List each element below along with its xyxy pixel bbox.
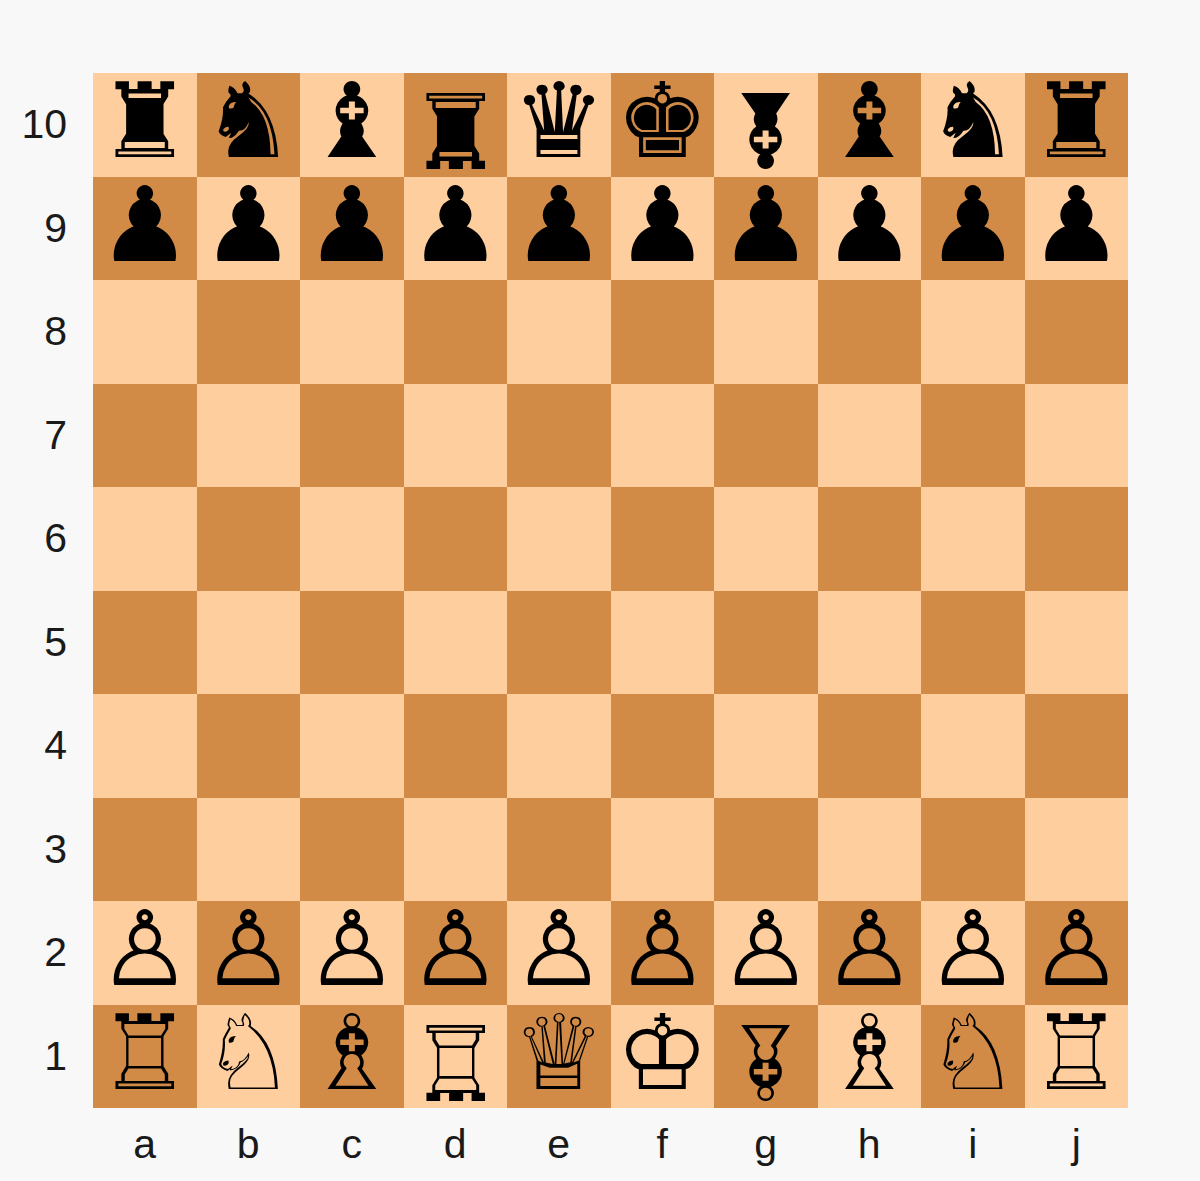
piece-black-pawn: ♟ — [98, 174, 191, 278]
file-label-a: a — [93, 1108, 197, 1181]
square-d5[interactable] — [404, 591, 508, 695]
square-d4[interactable] — [404, 694, 508, 798]
piece-black-rook: ♜ — [1030, 70, 1123, 174]
square-a4[interactable] — [93, 694, 197, 798]
square-e9[interactable]: ♟ — [507, 177, 611, 281]
square-f1[interactable]: ♔ — [611, 1005, 715, 1109]
piece-black-pawn: ♟ — [409, 174, 502, 278]
piece-white-inverted-rook: ♖ — [409, 1008, 502, 1112]
square-e2[interactable]: ♙ — [507, 901, 611, 1005]
square-b4[interactable] — [197, 694, 301, 798]
square-h8[interactable] — [818, 280, 922, 384]
rank-label-6: 6 — [0, 487, 80, 591]
square-a1[interactable]: ♖ — [93, 1005, 197, 1109]
square-f8[interactable] — [611, 280, 715, 384]
piece-white-bishop: ♗ — [305, 1002, 398, 1106]
square-j4[interactable] — [1025, 694, 1129, 798]
square-c8[interactable] — [300, 280, 404, 384]
square-g8[interactable] — [714, 280, 818, 384]
file-label-g: g — [714, 1108, 818, 1181]
piece-white-pawn: ♙ — [409, 898, 502, 1002]
square-i5[interactable] — [921, 591, 1025, 695]
square-c3[interactable] — [300, 798, 404, 902]
square-c5[interactable] — [300, 591, 404, 695]
square-h1[interactable]: ♗ — [818, 1005, 922, 1109]
square-j6[interactable] — [1025, 487, 1129, 591]
square-a3[interactable] — [93, 798, 197, 902]
rank-label-4: 4 — [0, 694, 80, 798]
square-j10[interactable]: ♜ — [1025, 73, 1129, 177]
rank-label-7: 7 — [0, 384, 80, 488]
square-g7[interactable] — [714, 384, 818, 488]
square-b3[interactable] — [197, 798, 301, 902]
square-d10[interactable]: ♜ — [404, 73, 508, 177]
file-label-d: d — [404, 1108, 508, 1181]
square-c4[interactable] — [300, 694, 404, 798]
square-g10[interactable]: ♝ — [714, 73, 818, 177]
square-d3[interactable] — [404, 798, 508, 902]
rank-label-1: 1 — [0, 1005, 80, 1109]
rank-label-8: 8 — [0, 280, 80, 384]
square-a9[interactable]: ♟ — [93, 177, 197, 281]
square-d8[interactable] — [404, 280, 508, 384]
piece-white-pawn: ♙ — [305, 898, 398, 1002]
square-j9[interactable]: ♟ — [1025, 177, 1129, 281]
piece-black-knight: ♞ — [202, 70, 295, 174]
piece-black-pawn: ♟ — [512, 174, 605, 278]
piece-white-knight: ♘ — [202, 1002, 295, 1106]
piece-black-bishop: ♝ — [305, 70, 398, 174]
square-f3[interactable] — [611, 798, 715, 902]
square-i8[interactable] — [921, 280, 1025, 384]
square-i1[interactable]: ♘ — [921, 1005, 1025, 1109]
piece-black-pawn: ♟ — [719, 174, 812, 278]
square-g4[interactable] — [714, 694, 818, 798]
square-i4[interactable] — [921, 694, 1025, 798]
square-b6[interactable] — [197, 487, 301, 591]
rank-label-3: 3 — [0, 798, 80, 902]
square-e5[interactable] — [507, 591, 611, 695]
square-b8[interactable] — [197, 280, 301, 384]
square-c7[interactable] — [300, 384, 404, 488]
file-label-f: f — [611, 1108, 715, 1181]
piece-black-queen: ♛ — [512, 70, 605, 174]
square-b9[interactable]: ♟ — [197, 177, 301, 281]
square-g5[interactable] — [714, 591, 818, 695]
rank-label-9: 9 — [0, 177, 80, 281]
piece-white-pawn: ♙ — [926, 898, 1019, 1002]
square-j8[interactable] — [1025, 280, 1129, 384]
square-b7[interactable] — [197, 384, 301, 488]
square-c2[interactable]: ♙ — [300, 901, 404, 1005]
piece-white-rook: ♖ — [98, 1002, 191, 1106]
square-b2[interactable]: ♙ — [197, 901, 301, 1005]
square-e3[interactable] — [507, 798, 611, 902]
piece-white-king: ♔ — [616, 1002, 709, 1106]
square-c6[interactable] — [300, 487, 404, 591]
square-a6[interactable] — [93, 487, 197, 591]
square-c9[interactable]: ♟ — [300, 177, 404, 281]
square-h7[interactable] — [818, 384, 922, 488]
square-h9[interactable]: ♟ — [818, 177, 922, 281]
square-e8[interactable] — [507, 280, 611, 384]
square-a10[interactable]: ♜ — [93, 73, 197, 177]
piece-black-pawn: ♟ — [616, 174, 709, 278]
square-g6[interactable] — [714, 487, 818, 591]
square-e6[interactable] — [507, 487, 611, 591]
square-d6[interactable] — [404, 487, 508, 591]
square-h2[interactable]: ♙ — [818, 901, 922, 1005]
square-b5[interactable] — [197, 591, 301, 695]
file-label-i: i — [921, 1108, 1025, 1181]
square-c10[interactable]: ♝ — [300, 73, 404, 177]
square-a8[interactable] — [93, 280, 197, 384]
board: ♜♞♝♜♛♚♝♝♞♜♟♟♟♟♟♟♟♟♟♟♙♙♙♙♙♙♙♙♙♙♖♘♗♖♕♔♗♗♘♖ — [93, 73, 1128, 1108]
piece-white-inverted-bishop: ♗ — [719, 1008, 812, 1112]
file-label-e: e — [507, 1108, 611, 1181]
file-label-b: b — [197, 1108, 301, 1181]
square-i6[interactable] — [921, 487, 1025, 591]
piece-white-pawn: ♙ — [823, 898, 916, 1002]
square-f6[interactable] — [611, 487, 715, 591]
piece-black-pawn: ♟ — [1030, 174, 1123, 278]
piece-black-pawn: ♟ — [823, 174, 916, 278]
square-f4[interactable] — [611, 694, 715, 798]
piece-black-knight: ♞ — [926, 70, 1019, 174]
square-e7[interactable] — [507, 384, 611, 488]
file-label-h: h — [818, 1108, 922, 1181]
square-d9[interactable]: ♟ — [404, 177, 508, 281]
square-d1[interactable]: ♖ — [404, 1005, 508, 1109]
square-h10[interactable]: ♝ — [818, 73, 922, 177]
square-g3[interactable] — [714, 798, 818, 902]
piece-white-queen: ♕ — [512, 1002, 605, 1106]
square-h4[interactable] — [818, 694, 922, 798]
square-f7[interactable] — [611, 384, 715, 488]
square-b10[interactable]: ♞ — [197, 73, 301, 177]
square-i3[interactable] — [921, 798, 1025, 902]
square-g2[interactable]: ♙ — [714, 901, 818, 1005]
square-j2[interactable]: ♙ — [1025, 901, 1129, 1005]
piece-black-rook: ♜ — [98, 70, 191, 174]
chessboard-diagram: ♜♞♝♜♛♚♝♝♞♜♟♟♟♟♟♟♟♟♟♟♙♙♙♙♙♙♙♙♙♙♖♘♗♖♕♔♗♗♘♖… — [0, 0, 1200, 1181]
square-j7[interactable] — [1025, 384, 1129, 488]
square-g1[interactable]: ♗ — [714, 1005, 818, 1109]
square-i10[interactable]: ♞ — [921, 73, 1025, 177]
square-b1[interactable]: ♘ — [197, 1005, 301, 1109]
square-f10[interactable]: ♚ — [611, 73, 715, 177]
square-j1[interactable]: ♖ — [1025, 1005, 1129, 1109]
square-e4[interactable] — [507, 694, 611, 798]
rank-label-2: 2 — [0, 901, 80, 1005]
square-e1[interactable]: ♕ — [507, 1005, 611, 1109]
square-g9[interactable]: ♟ — [714, 177, 818, 281]
square-c1[interactable]: ♗ — [300, 1005, 404, 1109]
rank-label-5: 5 — [0, 591, 80, 695]
piece-black-king: ♚ — [616, 70, 709, 174]
square-h6[interactable] — [818, 487, 922, 591]
square-f9[interactable]: ♟ — [611, 177, 715, 281]
square-f5[interactable] — [611, 591, 715, 695]
piece-white-pawn: ♙ — [202, 898, 295, 1002]
piece-black-pawn: ♟ — [926, 174, 1019, 278]
file-label-j: j — [1025, 1108, 1129, 1181]
square-i7[interactable] — [921, 384, 1025, 488]
piece-white-knight: ♘ — [926, 1002, 1019, 1106]
square-h3[interactable] — [818, 798, 922, 902]
square-f2[interactable]: ♙ — [611, 901, 715, 1005]
square-a7[interactable] — [93, 384, 197, 488]
rank-label-10: 10 — [0, 73, 80, 177]
piece-white-pawn: ♙ — [616, 898, 709, 1002]
square-e10[interactable]: ♛ — [507, 73, 611, 177]
square-a2[interactable]: ♙ — [93, 901, 197, 1005]
piece-white-bishop: ♗ — [823, 1002, 916, 1106]
square-d2[interactable]: ♙ — [404, 901, 508, 1005]
piece-black-pawn: ♟ — [305, 174, 398, 278]
square-h5[interactable] — [818, 591, 922, 695]
square-j5[interactable] — [1025, 591, 1129, 695]
piece-black-pawn: ♟ — [202, 174, 295, 278]
piece-white-pawn: ♙ — [512, 898, 605, 1002]
piece-white-pawn: ♙ — [1030, 898, 1123, 1002]
square-j3[interactable] — [1025, 798, 1129, 902]
square-i9[interactable]: ♟ — [921, 177, 1025, 281]
piece-white-pawn: ♙ — [98, 898, 191, 1002]
square-a5[interactable] — [93, 591, 197, 695]
piece-white-rook: ♖ — [1030, 1002, 1123, 1106]
piece-white-pawn: ♙ — [719, 898, 812, 1002]
piece-black-bishop: ♝ — [823, 70, 916, 174]
file-label-c: c — [300, 1108, 404, 1181]
square-i2[interactable]: ♙ — [921, 901, 1025, 1005]
square-d7[interactable] — [404, 384, 508, 488]
